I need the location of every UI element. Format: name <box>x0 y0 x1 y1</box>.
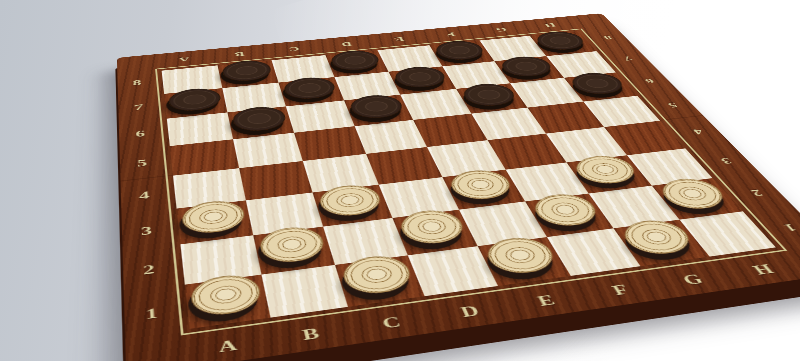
file-label-bottom-c: C <box>348 306 436 340</box>
checkers-board: ABCDEFGH ABCDEFGH 87654321 87654321 <box>117 13 800 361</box>
file-label-bottom-a: A <box>184 329 272 361</box>
board-frame: ABCDEFGH ABCDEFGH 87654321 87654321 <box>117 13 800 361</box>
rank-label-left-7: 7 <box>124 93 154 122</box>
square-a1[interactable] <box>185 274 270 329</box>
dark-piece-h8[interactable] <box>531 30 589 51</box>
file-label-bottom-e: E <box>503 285 590 317</box>
square-b1[interactable] <box>261 265 348 318</box>
file-label-bottom-h: H <box>720 255 800 284</box>
file-label-bottom-f: F <box>577 275 664 306</box>
file-label-bottom-d: D <box>427 296 514 329</box>
rank-label-left-3: 3 <box>128 211 165 252</box>
dark-piece-f8[interactable] <box>431 39 488 61</box>
file-label-bottom-b: B <box>267 317 355 352</box>
rank-label-left-2: 2 <box>130 248 169 294</box>
dark-piece-b8[interactable] <box>220 59 273 83</box>
rank-label-left-6: 6 <box>125 119 157 150</box>
rank-label-left-1: 1 <box>131 289 173 341</box>
rank-label-left-8: 8 <box>123 70 152 96</box>
rank-label-left-5: 5 <box>126 147 159 181</box>
photo-checkers-scene: { "game": "checkers (draughts), wooden 8… <box>0 0 800 361</box>
dark-piece-d8[interactable] <box>328 49 383 72</box>
rank-label-left-4: 4 <box>127 177 162 215</box>
